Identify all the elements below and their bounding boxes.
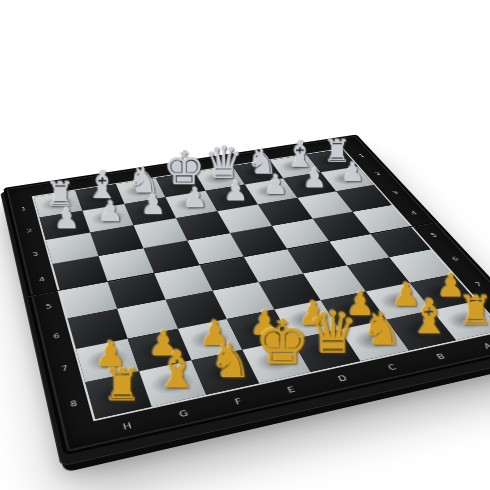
piece-shadow — [348, 326, 400, 354]
rank-label-6: 6 — [41, 319, 73, 354]
square-f6 — [165, 291, 226, 329]
piece-shadow — [312, 152, 351, 168]
rank-label-7: 7 — [48, 350, 81, 389]
piece-shadow — [238, 164, 277, 180]
piece-shadow — [82, 345, 132, 374]
piece-shadow — [441, 307, 490, 333]
piece-shadow — [300, 336, 352, 364]
piece-shadow — [39, 194, 78, 212]
piece-shadow — [276, 158, 315, 174]
piece-shadow — [92, 378, 144, 410]
piece-shadow — [374, 288, 424, 313]
product-photo: ♜♝♞♚♛♞♝♜♟♟♟♟♟♟♟♟♟♟♟♟♟♟♟♟♜♝♞♚♛♞♝♜ HGFEDCB… — [0, 0, 490, 490]
rank-label-1: 1 — [12, 197, 37, 221]
piece-shadow — [171, 195, 211, 213]
piece-shadow — [161, 176, 200, 193]
piece-shadow — [88, 208, 128, 227]
piece-shadow — [250, 346, 302, 375]
piece-shadow — [234, 316, 284, 343]
square-a6 — [389, 249, 452, 282]
piece-shadow — [146, 367, 198, 398]
piece-shadow — [200, 170, 239, 187]
piece-shadow — [282, 306, 332, 332]
square-d8: ♛ — [292, 329, 361, 372]
rank-label-5: 5 — [34, 291, 64, 324]
board-frame: ♜♝♞♚♛♞♝♜♟♟♟♟♟♟♟♟♟♟♟♟♟♟♟♟♜♝♞♚♛♞♝♜ HGFEDCB… — [3, 134, 490, 455]
piece-shadow — [130, 202, 170, 221]
chess-set: ♜♝♞♚♛♞♝♜♟♟♟♟♟♟♟♟♟♟♟♟♟♟♟♟♜♝♞♚♛♞♝♜ HGFEDCB… — [3, 134, 490, 455]
piece-shadow — [328, 297, 378, 322]
piece-shadow — [199, 357, 251, 387]
piece-shadow — [185, 325, 235, 353]
piece-shadow — [134, 335, 184, 363]
piece-shadow — [121, 182, 160, 199]
piece-shadow — [251, 182, 291, 199]
piece-shadow — [418, 280, 468, 304]
piece-shadow — [289, 176, 329, 193]
piece-shadow — [211, 189, 251, 207]
piece-shadow — [80, 188, 119, 206]
square-b4 — [313, 212, 371, 241]
piece-shadow — [45, 215, 85, 235]
piece-shadow — [327, 170, 367, 187]
